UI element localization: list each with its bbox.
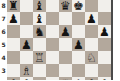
square-e2[interactable]: ♕: [59, 77, 72, 80]
square-h6[interactable]: ♟: [98, 25, 111, 38]
square-c5[interactable]: [33, 38, 46, 51]
black-pawn-e6: ♟: [60, 26, 71, 39]
square-d3[interactable]: [46, 64, 59, 77]
square-e5[interactable]: [59, 38, 72, 51]
chess-diagram: 8765432 ♜♝♛♚♟♝♟♞♟♟♟♟♖♘♗♙♙♕♔♙♙: [0, 0, 120, 80]
chess-board[interactable]: ♜♝♛♚♟♝♟♞♟♟♟♟♖♘♗♙♙♕♔♙♙: [7, 0, 113, 80]
square-b8[interactable]: [20, 0, 33, 12]
square-d4[interactable]: [46, 51, 59, 64]
square-g8[interactable]: [85, 0, 98, 12]
square-c4[interactable]: ♖: [33, 51, 46, 64]
square-g3[interactable]: [85, 64, 98, 77]
square-d5[interactable]: [46, 38, 59, 51]
square-c6[interactable]: ♞: [33, 25, 46, 38]
square-h4[interactable]: [98, 51, 111, 64]
square-e8[interactable]: ♛: [59, 0, 72, 12]
square-a6[interactable]: [7, 25, 20, 38]
square-e4[interactable]: [59, 51, 72, 64]
rank-label-6: 6: [0, 25, 7, 38]
white-pawn-b2: ♙: [21, 78, 32, 81]
square-f3[interactable]: [72, 64, 85, 77]
square-f5[interactable]: ♟: [72, 38, 85, 51]
square-g4[interactable]: ♘: [85, 51, 98, 64]
square-a3[interactable]: [7, 64, 20, 77]
square-d2[interactable]: [46, 77, 59, 80]
square-b5[interactable]: ♟: [20, 38, 33, 51]
black-pawn-b5: ♟: [21, 39, 32, 52]
square-b6[interactable]: [20, 25, 33, 38]
black-pawn-a7: ♟: [8, 13, 19, 26]
square-c3[interactable]: [33, 64, 46, 77]
square-f7[interactable]: [72, 12, 85, 25]
square-e6[interactable]: ♟: [59, 25, 72, 38]
square-h5[interactable]: [98, 38, 111, 51]
square-f4[interactable]: [72, 51, 85, 64]
black-pawn-h6: ♟: [99, 26, 110, 39]
square-h2[interactable]: ♙: [98, 77, 111, 80]
white-pawn-a2: ♙: [8, 78, 19, 81]
rank-label-3: 3: [0, 64, 7, 77]
rank-label-5: 5: [0, 38, 7, 51]
white-pawn-h2: ♙: [99, 78, 110, 81]
white-queen-e2: ♕: [60, 78, 71, 81]
square-h3[interactable]: [98, 64, 111, 77]
square-a8[interactable]: ♜: [7, 0, 20, 12]
rank-labels: 8765432: [0, 0, 7, 80]
square-h8[interactable]: [98, 0, 111, 12]
square-b7[interactable]: [20, 12, 33, 25]
square-a5[interactable]: [7, 38, 20, 51]
square-a7[interactable]: ♟: [7, 12, 20, 25]
square-b2[interactable]: ♙: [20, 77, 33, 80]
square-b4[interactable]: [20, 51, 33, 64]
white-pawn-g2: ♙: [86, 78, 97, 81]
white-rook-c4: ♖: [34, 52, 45, 65]
square-c2[interactable]: [33, 77, 46, 80]
square-d7[interactable]: [46, 12, 59, 25]
square-b3[interactable]: ♗: [20, 64, 33, 77]
square-f6[interactable]: [72, 25, 85, 38]
black-pawn-g7: ♟: [86, 13, 97, 26]
rank-label-7: 7: [0, 12, 7, 25]
square-g5[interactable]: [85, 38, 98, 51]
square-a4[interactable]: [7, 51, 20, 64]
square-f8[interactable]: ♚: [72, 0, 85, 12]
black-queen-e8: ♛: [60, 0, 71, 13]
square-e3[interactable]: [59, 64, 72, 77]
square-f2[interactable]: ♔: [72, 77, 85, 80]
white-king-f2: ♔: [73, 78, 84, 81]
square-e7[interactable]: [59, 12, 72, 25]
square-c7[interactable]: ♝: [33, 12, 46, 25]
square-d8[interactable]: [46, 0, 59, 12]
square-h7[interactable]: [98, 12, 111, 25]
black-pawn-f5: ♟: [73, 39, 84, 52]
square-g6[interactable]: [85, 25, 98, 38]
black-king-f8: ♚: [73, 0, 84, 13]
rank-label-2: 2: [0, 77, 7, 80]
square-g7[interactable]: ♟: [85, 12, 98, 25]
square-a2[interactable]: ♙: [7, 77, 20, 80]
black-knight-c6: ♞: [34, 26, 45, 39]
square-c8[interactable]: ♝: [33, 0, 46, 12]
square-d6[interactable]: [46, 25, 59, 38]
square-g2[interactable]: ♙: [85, 77, 98, 80]
white-knight-g4: ♘: [86, 52, 97, 65]
rank-label-4: 4: [0, 51, 7, 64]
rank-label-8: 8: [0, 0, 7, 12]
